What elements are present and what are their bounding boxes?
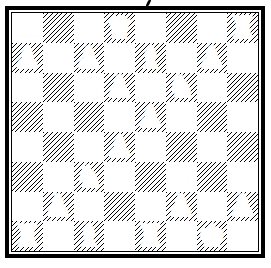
square-f5 [166,102,197,132]
piece-white-queen: ♕ [106,221,133,251]
piece-black-rook: ♜ [229,13,256,43]
square-c4 [74,132,105,162]
square-h4 [227,132,258,162]
square-f8 [166,13,197,43]
square-c5 [74,102,105,132]
square-d2 [104,192,135,222]
square-c2: ♙ [74,192,105,222]
piece-white-knight: ♘ [75,162,102,192]
piece-black-queen: ♛ [106,13,133,43]
piece-white-pawn: ♙ [45,192,72,222]
piece-black-pawn: ♟ [45,43,72,73]
square-e2 [135,192,166,222]
piece-white-pawn: ♙ [106,132,133,162]
piece-white-king: ♔ [198,221,225,251]
square-a5 [12,102,43,132]
piece-black-pawn: ♟ [198,43,225,73]
square-g5 [197,102,228,132]
piece-white-pawn: ♙ [168,192,195,222]
square-h5 [227,102,258,132]
square-d4: ♙ [104,132,135,162]
square-d5 [104,102,135,132]
square-a3 [12,162,43,192]
piece-white-knight: ♘ [168,162,195,192]
square-b3 [43,162,74,192]
square-b8 [43,13,74,43]
square-a1: ♖ [12,221,43,251]
piece-white-rook: ♖ [137,221,164,251]
square-b2: ♙ [43,192,74,222]
square-b6 [43,73,74,103]
piece-white-pawn: ♙ [229,192,256,222]
square-g4 [197,132,228,162]
board-outer-frame: ♜♛♚♜♟♟♟♝♝♟♟♟♞♟♞♗♟♙♙♘♘♙♙♙♙♙♙♖♗♕♖♔ [5,6,265,258]
square-d1: ♕ [104,221,135,251]
piece-white-pawn: ♙ [198,192,225,222]
square-b4 [43,132,74,162]
piece-black-bishop: ♝ [137,43,164,73]
square-c1: ♗ [74,221,105,251]
square-e1: ♖ [135,221,166,251]
chess-diagram: ♜♛♚♜♟♟♟♝♝♟♟♟♞♟♞♗♟♙♙♘♘♙♙♙♙♙♙♖♗♕♖♔ [0,0,271,268]
square-f7: ♟ [166,43,197,73]
square-g1: ♔ [197,221,228,251]
square-f3: ♘ [166,162,197,192]
piece-black-pawn: ♟ [14,43,41,73]
square-a2: ♙ [12,192,43,222]
piece-white-pawn: ♙ [14,192,41,222]
piece-black-pawn: ♟ [75,43,102,73]
square-c8 [74,13,105,43]
piece-white-bishop: ♗ [75,221,102,251]
square-g7: ♟ [197,43,228,73]
square-d3 [104,162,135,192]
piece-black-king: ♚ [137,13,164,43]
square-a4 [12,132,43,162]
piece-black-pawn: ♟ [106,73,133,103]
square-b5: ♗ [43,102,74,132]
square-g2: ♙ [197,192,228,222]
square-c6: ♞ [74,73,105,103]
piece-black-bishop: ♝ [106,43,133,73]
square-g3 [197,162,228,192]
square-e4: ♙ [135,132,166,162]
piece-black-pawn: ♟ [137,102,164,132]
square-a8: ♜ [12,13,43,43]
square-f1 [166,221,197,251]
square-a7: ♟ [12,43,43,73]
square-e8: ♚ [135,13,166,43]
piece-black-knight: ♞ [75,73,102,103]
square-d8: ♛ [104,13,135,43]
square-e7: ♝ [135,43,166,73]
square-e6 [135,73,166,103]
square-h8: ♜ [227,13,258,43]
square-e3 [135,162,166,192]
piece-white-rook: ♖ [14,221,41,251]
board-inner-frame: ♜♛♚♜♟♟♟♝♝♟♟♟♞♟♞♗♟♙♙♘♘♙♙♙♙♙♙♖♗♕♖♔ [11,12,259,252]
square-g8 [197,13,228,43]
piece-white-pawn: ♙ [75,192,102,222]
square-f6: ♞ [166,73,197,103]
square-e5: ♟ [135,102,166,132]
piece-white-pawn: ♙ [137,132,164,162]
square-g6 [197,73,228,103]
square-f4 [166,132,197,162]
square-b1 [43,221,74,251]
square-c7: ♟ [74,43,105,73]
square-h6 [227,73,258,103]
square-b7: ♟ [43,43,74,73]
square-h1 [227,221,258,251]
chess-board: ♜♛♚♜♟♟♟♝♝♟♟♟♞♟♞♗♟♙♙♘♘♙♙♙♙♙♙♖♗♕♖♔ [12,13,258,251]
piece-black-pawn: ♟ [229,43,256,73]
square-h2: ♙ [227,192,258,222]
square-c3: ♘ [74,162,105,192]
piece-black-knight: ♞ [168,73,195,103]
piece-black-pawn: ♟ [168,43,195,73]
square-h7: ♟ [227,43,258,73]
square-d7: ♝ [104,43,135,73]
square-a6 [12,73,43,103]
piece-white-bishop: ♗ [45,102,72,132]
square-h3 [227,162,258,192]
square-d6: ♟ [104,73,135,103]
square-f2: ♙ [166,192,197,222]
piece-black-rook: ♜ [14,13,41,43]
